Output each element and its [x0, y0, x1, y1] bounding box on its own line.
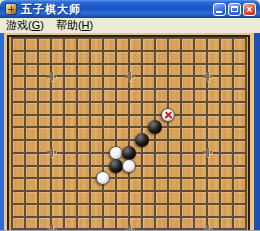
board-cell[interactable] [13, 39, 26, 52]
board-cell[interactable] [39, 128, 52, 141]
board-cell[interactable] [156, 128, 169, 141]
board-cell[interactable] [78, 116, 91, 129]
board-cell[interactable] [39, 77, 52, 90]
board-cell[interactable] [65, 77, 78, 90]
board-cell[interactable] [13, 128, 26, 141]
board-cell[interactable] [130, 128, 143, 141]
board-cell[interactable] [208, 90, 221, 103]
go-board [9, 37, 248, 230]
board-cell[interactable] [195, 218, 208, 231]
board-cell[interactable] [104, 128, 117, 141]
board-cell[interactable] [221, 179, 234, 192]
board-cell[interactable] [169, 141, 182, 154]
board-cell[interactable] [13, 154, 26, 167]
board-cell[interactable] [195, 116, 208, 129]
board-cell[interactable] [234, 90, 247, 103]
board-cell[interactable] [78, 52, 91, 65]
board-cell[interactable] [143, 141, 156, 154]
board-panel [0, 33, 260, 230]
board-cell[interactable] [104, 116, 117, 129]
board-cell[interactable] [221, 65, 234, 78]
board-cell[interactable] [117, 103, 130, 116]
board-cell[interactable] [39, 218, 52, 231]
board-cell[interactable] [104, 154, 117, 167]
board-frame [7, 35, 250, 230]
board-cell[interactable] [156, 77, 169, 90]
board-cell[interactable] [130, 52, 143, 65]
board-cell[interactable] [52, 154, 65, 167]
board-cell[interactable] [182, 128, 195, 141]
board-cell[interactable] [52, 179, 65, 192]
board-cell[interactable] [39, 39, 52, 52]
board-cell[interactable] [91, 65, 104, 78]
board-cell[interactable] [156, 205, 169, 218]
board-cell[interactable] [65, 116, 78, 129]
board-cell[interactable] [208, 179, 221, 192]
board-cell[interactable] [52, 192, 65, 205]
minimize-button[interactable] [213, 3, 226, 16]
board-cell[interactable] [104, 179, 117, 192]
board-cell[interactable] [65, 128, 78, 141]
board-cell[interactable] [39, 192, 52, 205]
board-cell[interactable] [78, 167, 91, 180]
board-cell[interactable] [13, 52, 26, 65]
board-cell[interactable] [52, 103, 65, 116]
board-cell[interactable] [39, 141, 52, 154]
board-cell[interactable] [26, 179, 39, 192]
board-cell[interactable] [195, 39, 208, 52]
board-cell[interactable] [234, 39, 247, 52]
board-cell[interactable] [13, 218, 26, 231]
board-cell[interactable] [130, 103, 143, 116]
board-cell[interactable] [208, 39, 221, 52]
board-cell[interactable] [117, 128, 130, 141]
board-cell[interactable] [182, 39, 195, 52]
board-cell[interactable] [52, 77, 65, 90]
board-cell[interactable] [169, 128, 182, 141]
board-cell[interactable] [143, 179, 156, 192]
board-cell[interactable] [221, 52, 234, 65]
board-cell[interactable] [143, 116, 156, 129]
board-cell[interactable] [221, 154, 234, 167]
board-cell[interactable] [13, 179, 26, 192]
board-cell[interactable] [91, 52, 104, 65]
board-cell[interactable] [78, 218, 91, 231]
board-cell[interactable] [182, 103, 195, 116]
board-cell[interactable] [65, 90, 78, 103]
board-cell[interactable] [208, 192, 221, 205]
board-cell[interactable] [169, 192, 182, 205]
board-cell[interactable] [169, 65, 182, 78]
board-cell[interactable] [65, 167, 78, 180]
board-cell[interactable] [117, 90, 130, 103]
board-cell[interactable] [13, 205, 26, 218]
board-cell[interactable] [156, 179, 169, 192]
board-cell[interactable] [52, 167, 65, 180]
board-cell[interactable] [156, 90, 169, 103]
board-cell[interactable] [91, 154, 104, 167]
board-cell[interactable] [91, 128, 104, 141]
board-cell[interactable] [143, 218, 156, 231]
board-cell[interactable] [130, 205, 143, 218]
board-cell[interactable] [169, 39, 182, 52]
board-cell[interactable] [130, 65, 143, 78]
board-cell[interactable] [182, 77, 195, 90]
board-cell[interactable] [104, 205, 117, 218]
board-cell[interactable] [234, 128, 247, 141]
board-cell[interactable] [156, 192, 169, 205]
board-cell[interactable] [130, 167, 143, 180]
board-cell[interactable] [221, 218, 234, 231]
board-cell[interactable] [208, 103, 221, 116]
board-cell[interactable] [39, 205, 52, 218]
board-cell[interactable] [65, 205, 78, 218]
board-cell[interactable] [195, 65, 208, 78]
board-cell[interactable] [169, 167, 182, 180]
board-cell[interactable] [65, 65, 78, 78]
board-cell[interactable] [91, 116, 104, 129]
board-cell[interactable] [26, 128, 39, 141]
board-cell[interactable] [91, 39, 104, 52]
board-cell[interactable] [234, 116, 247, 129]
board-cell[interactable] [130, 39, 143, 52]
board-cell[interactable] [182, 154, 195, 167]
board-cell[interactable] [52, 141, 65, 154]
board-cell[interactable] [78, 39, 91, 52]
board-cell[interactable] [195, 167, 208, 180]
board-cell[interactable] [195, 103, 208, 116]
board-cell[interactable] [130, 141, 143, 154]
board-cell[interactable] [52, 128, 65, 141]
board-cell[interactable] [104, 77, 117, 90]
board-cell[interactable] [130, 90, 143, 103]
board-cell[interactable] [52, 218, 65, 231]
board-cell[interactable] [39, 90, 52, 103]
minimize-icon [216, 11, 222, 13]
board-cell[interactable] [26, 103, 39, 116]
board-cell[interactable] [234, 218, 247, 231]
board-cell[interactable] [104, 103, 117, 116]
board-cell[interactable] [169, 90, 182, 103]
board-cell[interactable] [13, 103, 26, 116]
app-icon [5, 3, 17, 15]
board-cell[interactable] [65, 179, 78, 192]
board-cell[interactable] [104, 52, 117, 65]
board-cell[interactable] [221, 167, 234, 180]
board-cell[interactable] [182, 52, 195, 65]
board-cell[interactable] [169, 154, 182, 167]
board-cell[interactable] [143, 128, 156, 141]
board-cell[interactable] [78, 192, 91, 205]
board-cell[interactable] [221, 39, 234, 52]
menu-game[interactable]: 游戏(G) [0, 18, 50, 33]
board-cell[interactable] [130, 218, 143, 231]
board-cell[interactable] [156, 141, 169, 154]
board-cell[interactable] [234, 141, 247, 154]
board-cell[interactable] [39, 52, 52, 65]
board-cell[interactable] [143, 65, 156, 78]
board-cell[interactable] [78, 77, 91, 90]
board-cell[interactable] [169, 179, 182, 192]
board-cell[interactable] [195, 141, 208, 154]
board-cell[interactable] [104, 65, 117, 78]
board-cell[interactable] [182, 141, 195, 154]
board-cell[interactable] [182, 205, 195, 218]
board-cell[interactable] [143, 154, 156, 167]
board-cell[interactable] [221, 205, 234, 218]
board-cell[interactable] [26, 205, 39, 218]
board-cell[interactable] [78, 205, 91, 218]
close-button[interactable]: × [243, 3, 256, 16]
board-cell[interactable] [156, 103, 169, 116]
board-cell[interactable] [195, 179, 208, 192]
board-cell[interactable] [143, 90, 156, 103]
board-cell[interactable] [52, 52, 65, 65]
board-cell[interactable] [104, 90, 117, 103]
maximize-icon [231, 6, 238, 12]
board-cell[interactable] [143, 167, 156, 180]
board-cell[interactable] [195, 90, 208, 103]
board-cell[interactable] [104, 192, 117, 205]
board-margin [4, 33, 254, 230]
board-cell[interactable] [221, 116, 234, 129]
board-cell[interactable] [78, 179, 91, 192]
board-cell[interactable] [78, 141, 91, 154]
board-cell[interactable] [39, 179, 52, 192]
board-cell[interactable] [26, 65, 39, 78]
menu-help[interactable]: 帮助(H) [50, 18, 99, 33]
board-cell[interactable] [182, 65, 195, 78]
board-cell[interactable] [117, 77, 130, 90]
board-cell[interactable] [117, 116, 130, 129]
board-cell[interactable] [26, 52, 39, 65]
board-cell[interactable] [195, 192, 208, 205]
board-cell[interactable] [13, 116, 26, 129]
board-cell[interactable] [234, 205, 247, 218]
board-cell[interactable] [39, 65, 52, 78]
board-cell[interactable] [169, 77, 182, 90]
board-cell[interactable] [26, 141, 39, 154]
board-cell[interactable] [234, 167, 247, 180]
board-cell[interactable] [143, 39, 156, 52]
board-cell[interactable] [39, 167, 52, 180]
board-cell[interactable] [104, 39, 117, 52]
board-cell[interactable] [234, 192, 247, 205]
board-cell[interactable] [91, 90, 104, 103]
board-cell[interactable] [65, 39, 78, 52]
board-cell[interactable] [78, 154, 91, 167]
board-cell[interactable] [143, 52, 156, 65]
board-cell[interactable] [13, 167, 26, 180]
board-cell[interactable] [130, 192, 143, 205]
board-cell[interactable] [26, 167, 39, 180]
board-cell[interactable] [195, 205, 208, 218]
board-cell[interactable] [65, 52, 78, 65]
board-cell[interactable] [234, 52, 247, 65]
board-cell[interactable] [182, 192, 195, 205]
close-icon: × [244, 3, 255, 16]
board-cell[interactable] [65, 103, 78, 116]
board-cell[interactable] [65, 192, 78, 205]
board-cell[interactable] [78, 90, 91, 103]
board-cell[interactable] [117, 141, 130, 154]
board-cell[interactable] [78, 103, 91, 116]
board-cell[interactable] [13, 90, 26, 103]
board-cell[interactable] [221, 141, 234, 154]
board-cell[interactable] [52, 205, 65, 218]
board-cell[interactable] [13, 77, 26, 90]
board-cell[interactable] [65, 141, 78, 154]
board-cell[interactable] [26, 218, 39, 231]
window-controls: × [213, 3, 256, 16]
board-cell[interactable] [104, 218, 117, 231]
board-cell[interactable] [221, 128, 234, 141]
board-cell[interactable] [156, 65, 169, 78]
board-cell[interactable] [26, 192, 39, 205]
board-cell[interactable] [195, 128, 208, 141]
board-cell[interactable] [91, 192, 104, 205]
board-cell[interactable] [52, 39, 65, 52]
board-cell[interactable] [208, 154, 221, 167]
maximize-button[interactable] [228, 3, 241, 16]
board-cell[interactable] [156, 218, 169, 231]
board-cell[interactable] [156, 167, 169, 180]
board-cell[interactable] [169, 103, 182, 116]
board-cell[interactable] [195, 154, 208, 167]
board-cell[interactable] [182, 179, 195, 192]
board-cell[interactable] [39, 116, 52, 129]
board-cell[interactable] [208, 116, 221, 129]
board-cell[interactable] [234, 179, 247, 192]
board-cell[interactable] [26, 154, 39, 167]
board-cell[interactable] [78, 65, 91, 78]
board-cell[interactable] [130, 116, 143, 129]
board-cell[interactable] [182, 218, 195, 231]
board-cell[interactable] [221, 192, 234, 205]
board-cell[interactable] [143, 192, 156, 205]
board-cell[interactable] [208, 141, 221, 154]
window-title: 五子棋大师 [21, 2, 81, 17]
board-cell[interactable] [91, 205, 104, 218]
board-cell[interactable] [13, 65, 26, 78]
board-cell[interactable] [52, 116, 65, 129]
board-cell[interactable] [39, 103, 52, 116]
board-cell[interactable] [26, 39, 39, 52]
board-cell[interactable] [39, 154, 52, 167]
board-cell[interactable] [221, 90, 234, 103]
board-cell[interactable] [91, 179, 104, 192]
board-cell[interactable] [169, 205, 182, 218]
board-cell[interactable] [78, 128, 91, 141]
board-cell[interactable] [26, 90, 39, 103]
title-bar[interactable]: 五子棋大师 × [0, 0, 260, 18]
board-cell[interactable] [234, 154, 247, 167]
board-cell[interactable] [91, 141, 104, 154]
board-cell[interactable] [13, 141, 26, 154]
board-cell[interactable] [104, 141, 117, 154]
board-cell[interactable] [65, 218, 78, 231]
board-cell[interactable] [208, 77, 221, 90]
board-cell[interactable] [52, 90, 65, 103]
board-cell[interactable] [91, 218, 104, 231]
board-cell[interactable] [13, 192, 26, 205]
board-cell[interactable] [169, 218, 182, 231]
board-cell[interactable] [156, 39, 169, 52]
board-cell[interactable] [234, 65, 247, 78]
board-cell[interactable] [234, 77, 247, 90]
board-cell[interactable] [130, 77, 143, 90]
board-cell[interactable] [117, 192, 130, 205]
board-cell[interactable] [182, 167, 195, 180]
board-cell[interactable] [208, 52, 221, 65]
board-cell[interactable] [221, 77, 234, 90]
board-cell[interactable] [117, 205, 130, 218]
board-cell[interactable] [169, 52, 182, 65]
board-cell[interactable] [195, 52, 208, 65]
board-cell[interactable] [26, 77, 39, 90]
board-cell[interactable] [208, 218, 221, 231]
board-cell[interactable] [143, 103, 156, 116]
board-cell[interactable] [117, 179, 130, 192]
board-cell[interactable] [182, 116, 195, 129]
board-cell[interactable] [130, 154, 143, 167]
board-cell[interactable] [195, 77, 208, 90]
board-cell[interactable] [52, 65, 65, 78]
board-cell[interactable] [143, 205, 156, 218]
board-cell[interactable] [208, 167, 221, 180]
board-cell[interactable] [117, 65, 130, 78]
board-cell[interactable] [117, 52, 130, 65]
board-cell[interactable] [208, 128, 221, 141]
board-cell[interactable] [117, 154, 130, 167]
board-cell[interactable] [234, 103, 247, 116]
board-cell[interactable] [156, 154, 169, 167]
board-cell[interactable] [169, 116, 182, 129]
board-cell[interactable] [182, 90, 195, 103]
board-cell[interactable] [91, 77, 104, 90]
board-cell[interactable] [65, 154, 78, 167]
board-cell[interactable] [221, 103, 234, 116]
board-cell[interactable] [91, 103, 104, 116]
board-cell[interactable] [104, 167, 117, 180]
board-cell[interactable] [156, 116, 169, 129]
board-cell[interactable] [208, 205, 221, 218]
board-cell[interactable] [117, 39, 130, 52]
board-cell[interactable] [143, 77, 156, 90]
board-cell[interactable] [130, 179, 143, 192]
app-window: 五子棋大师 × 游戏(G) 帮助(H) [0, 0, 260, 230]
board-cell[interactable] [117, 167, 130, 180]
menu-bar: 游戏(G) 帮助(H) [0, 18, 260, 33]
board-cell[interactable] [156, 52, 169, 65]
board-cell[interactable] [117, 218, 130, 231]
board-cell[interactable] [26, 116, 39, 129]
board-cell[interactable] [91, 167, 104, 180]
board-grid [11, 37, 247, 230]
board-cell[interactable] [208, 65, 221, 78]
